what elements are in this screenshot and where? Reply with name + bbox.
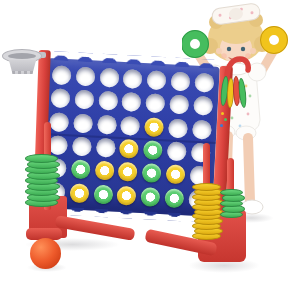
yellow-ring-stack xyxy=(193,183,222,240)
product-photo-scene xyxy=(0,0,288,288)
cell-f5[interactable] xyxy=(167,93,192,118)
empty-hole xyxy=(72,137,92,157)
cell-g5[interactable] xyxy=(190,94,215,119)
cell-f6[interactable] xyxy=(168,69,193,94)
cell-c6[interactable] xyxy=(97,66,122,91)
cell-d3[interactable] xyxy=(117,137,142,162)
empty-hole xyxy=(50,112,70,132)
cell-b2[interactable] xyxy=(68,158,93,183)
empty-hole xyxy=(168,118,188,138)
yellow-disc xyxy=(117,186,137,206)
cell-d2[interactable] xyxy=(116,160,141,185)
yellow-disc xyxy=(118,162,138,182)
cell-e4[interactable] xyxy=(142,115,167,140)
cell-a5[interactable] xyxy=(48,86,73,111)
green-disc xyxy=(142,164,162,184)
post-sticker xyxy=(220,124,223,127)
empty-hole xyxy=(193,96,213,116)
empty-hole xyxy=(147,70,167,90)
empty-hole xyxy=(52,65,72,85)
empty-hole xyxy=(145,94,165,114)
post-sticker xyxy=(224,118,227,121)
green-disc xyxy=(164,188,184,208)
held-green-ring xyxy=(186,35,205,54)
held-yellow-ring xyxy=(265,31,284,50)
empty-hole xyxy=(123,69,143,89)
empty-hole xyxy=(192,119,212,139)
cell-a6[interactable] xyxy=(50,63,75,88)
green-ring-stack-left xyxy=(26,154,59,207)
post-sticker xyxy=(221,112,224,115)
empty-hole xyxy=(48,135,68,155)
empty-hole xyxy=(97,115,117,135)
cell-g4[interactable] xyxy=(189,117,214,142)
cell-b3[interactable] xyxy=(70,134,95,159)
empty-hole xyxy=(169,95,189,115)
cell-d1[interactable] xyxy=(114,183,139,208)
yellow-ring xyxy=(192,183,221,191)
yellow-disc xyxy=(94,161,114,181)
cell-c5[interactable] xyxy=(96,89,121,114)
cell-d4[interactable] xyxy=(118,113,143,138)
cell-g6[interactable] xyxy=(192,71,217,96)
cell-e3[interactable] xyxy=(141,138,166,163)
cell-e5[interactable] xyxy=(143,91,168,116)
cell-f2[interactable] xyxy=(163,163,188,188)
empty-hole xyxy=(98,91,118,111)
cell-b4[interactable] xyxy=(71,111,96,136)
cell-f4[interactable] xyxy=(165,116,190,141)
orange-ball xyxy=(30,238,61,269)
empty-hole xyxy=(121,116,141,136)
green-ring-stack-right xyxy=(221,189,244,218)
cell-b6[interactable] xyxy=(73,64,98,89)
empty-hole xyxy=(74,90,94,110)
cell-b5[interactable] xyxy=(72,88,97,113)
hanging-rings xyxy=(221,76,251,110)
cell-f3[interactable] xyxy=(164,139,189,164)
cell-e1[interactable] xyxy=(138,185,163,210)
yellow-disc xyxy=(144,117,164,137)
empty-hole xyxy=(51,89,71,109)
empty-hole xyxy=(99,68,119,88)
green-disc xyxy=(93,184,113,204)
empty-hole xyxy=(122,92,142,112)
cell-c3[interactable] xyxy=(93,136,118,161)
cell-f1[interactable] xyxy=(162,186,187,211)
cell-e2[interactable] xyxy=(139,161,164,186)
empty-hole xyxy=(76,67,96,87)
yellow-disc xyxy=(119,139,139,159)
cell-c4[interactable] xyxy=(94,112,119,137)
cell-d5[interactable] xyxy=(119,90,144,115)
green-ring xyxy=(25,154,58,163)
empty-hole xyxy=(167,142,187,162)
empty-hole xyxy=(170,72,190,92)
basketball-hoop-net xyxy=(7,60,38,74)
cell-c2[interactable] xyxy=(92,159,117,184)
green-disc xyxy=(71,160,91,180)
cell-b1[interactable] xyxy=(67,181,92,206)
empty-hole xyxy=(194,73,214,93)
cell-d6[interactable] xyxy=(121,67,146,92)
empty-hole xyxy=(73,113,93,133)
yellow-disc xyxy=(70,183,90,203)
cell-c1[interactable] xyxy=(91,182,116,207)
green-hanging-ring xyxy=(237,78,247,109)
green-disc xyxy=(143,140,163,160)
left-foot-bar-front xyxy=(55,215,136,241)
yellow-disc xyxy=(165,165,185,185)
green-disc xyxy=(141,187,161,207)
empty-hole xyxy=(96,138,116,158)
cell-e6[interactable] xyxy=(144,68,169,93)
